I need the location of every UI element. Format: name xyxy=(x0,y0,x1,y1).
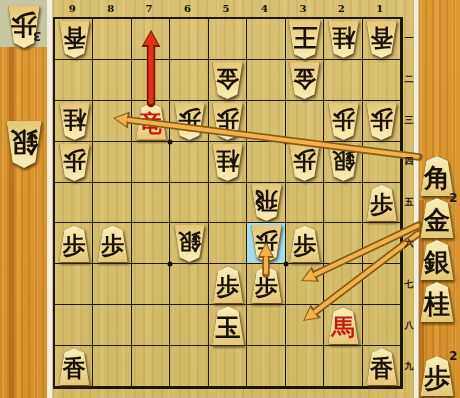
square-22[interactable] xyxy=(324,60,362,101)
square-23[interactable]: 歩 xyxy=(324,101,362,142)
piece-gote-rook[interactable]: 飛 xyxy=(250,184,283,221)
piece-body: 香 xyxy=(365,21,398,58)
square-15[interactable]: 歩 xyxy=(363,183,401,224)
square-52[interactable]: 金 xyxy=(209,60,247,101)
square-19[interactable]: 香 xyxy=(363,346,401,387)
file-label-9: 9 xyxy=(53,3,91,14)
square-88[interactable] xyxy=(93,305,131,346)
square-73[interactable]: 竜 xyxy=(132,101,170,142)
shogi-app: 香王桂香金金桂竜歩歩歩歩歩桂歩銀飛歩歩歩銀歩歩歩歩玉馬香香 987654321一… xyxy=(0,0,460,398)
square-94[interactable]: 歩 xyxy=(55,142,93,183)
square-42[interactable] xyxy=(247,60,285,101)
square-16[interactable] xyxy=(363,223,401,264)
hand-piece-sente-bishop[interactable]: 角 xyxy=(419,156,455,196)
square-97[interactable] xyxy=(55,264,93,305)
piece-gote-pawn[interactable]: 歩 xyxy=(211,103,244,140)
piece-gote-pawn[interactable]: 歩 xyxy=(250,225,283,262)
piece-kanji: 香 xyxy=(370,353,393,380)
square-67[interactable] xyxy=(170,264,208,305)
square-38[interactable] xyxy=(286,305,324,346)
piece-kanji: 歩 xyxy=(370,189,393,216)
square-78[interactable] xyxy=(132,305,170,346)
star-point xyxy=(283,262,288,267)
piece-kanji: 香 xyxy=(370,26,393,53)
piece-body: 馬 xyxy=(327,307,360,344)
square-46[interactable]: 歩 xyxy=(247,223,285,264)
piece-body: 歩 xyxy=(250,266,283,303)
square-28[interactable]: 馬 xyxy=(324,305,362,346)
shogi-board: 香王桂香金金桂竜歩歩歩歩歩桂歩銀飛歩歩歩銀歩歩歩歩玉馬香香 xyxy=(53,17,403,389)
piece-gote-silver[interactable]: 銀 xyxy=(327,144,360,181)
square-37[interactable] xyxy=(286,264,324,305)
piece-body: 香 xyxy=(58,348,91,385)
square-86[interactable]: 歩 xyxy=(93,223,131,264)
file-label-6: 6 xyxy=(168,3,206,14)
piece-gote-pawn[interactable]: 歩 xyxy=(58,144,91,181)
piece-body: 歩 xyxy=(58,144,91,181)
piece-sente-dragon[interactable]: 竜 xyxy=(135,103,168,140)
square-55[interactable] xyxy=(209,183,247,224)
hand-piece-sente-silver[interactable]: 銀 xyxy=(419,240,455,280)
square-72[interactable] xyxy=(132,60,170,101)
square-92[interactable] xyxy=(55,60,93,101)
file-label-5: 5 xyxy=(207,3,245,14)
piece-kanji: 歩 xyxy=(216,271,239,298)
piece-body: 桂 xyxy=(327,21,360,58)
square-61[interactable] xyxy=(170,19,208,60)
piece-body: 歩 xyxy=(211,266,244,303)
piece-kanji: 銀 xyxy=(424,245,450,275)
square-71[interactable] xyxy=(132,19,170,60)
piece-kanji: 歩 xyxy=(216,108,239,135)
rank-label-5: 五 xyxy=(401,196,417,209)
piece-body: 桂 xyxy=(419,282,455,322)
square-18[interactable] xyxy=(363,305,401,346)
square-87[interactable] xyxy=(93,264,131,305)
piece-kanji: 桂 xyxy=(63,108,86,135)
piece-sente-lance[interactable]: 香 xyxy=(365,348,398,385)
rank-label-9: 九 xyxy=(401,360,417,373)
square-75[interactable] xyxy=(132,183,170,224)
piece-sente-horse[interactable]: 馬 xyxy=(327,307,360,344)
piece-body: 香 xyxy=(365,348,398,385)
piece-sente-pawn[interactable]: 歩 xyxy=(211,266,244,303)
square-39[interactable] xyxy=(286,346,324,387)
square-62[interactable] xyxy=(170,60,208,101)
piece-body: 歩 xyxy=(327,103,360,140)
square-64[interactable] xyxy=(170,142,208,183)
piece-kanji: 金 xyxy=(424,203,450,233)
piece-body: 歩 xyxy=(288,225,321,262)
piece-body: 歩 xyxy=(58,225,91,262)
piece-gote-silver[interactable]: 銀 xyxy=(173,225,206,262)
piece-kanji: 歩 xyxy=(293,149,316,176)
piece-kanji: 銀 xyxy=(332,149,355,176)
piece-kanji: 玉 xyxy=(215,311,240,340)
hand-count-gote-pawn: 3 xyxy=(33,30,41,42)
square-11[interactable]: 香 xyxy=(363,19,401,60)
piece-body: 歩 xyxy=(365,103,398,140)
piece-kanji: 桂 xyxy=(332,26,355,53)
piece-gote-knight[interactable]: 桂 xyxy=(211,144,244,181)
piece-kanji: 歩 xyxy=(101,230,124,257)
star-point xyxy=(168,139,173,144)
square-24[interactable]: 銀 xyxy=(324,142,362,183)
hand-count-sente-gold: 2 xyxy=(449,192,457,204)
rank-label-2: 二 xyxy=(401,73,417,86)
piece-gote-pawn[interactable]: 歩 xyxy=(173,103,206,140)
piece-kanji: 香 xyxy=(63,353,86,380)
square-57[interactable]: 歩 xyxy=(209,264,247,305)
piece-body: 玉 xyxy=(210,306,245,345)
square-53[interactable]: 歩 xyxy=(209,101,247,142)
hand-count-sente-pawn: 2 xyxy=(449,350,457,362)
wood-grain-streak xyxy=(9,0,14,398)
piece-kanji: 歩 xyxy=(424,361,450,391)
file-label-3: 3 xyxy=(284,3,322,14)
square-77[interactable] xyxy=(132,264,170,305)
piece-kanji: 桂 xyxy=(424,287,450,317)
piece-gote-gold[interactable]: 金 xyxy=(288,62,321,99)
piece-body: 歩 xyxy=(250,225,283,262)
square-48[interactable] xyxy=(247,305,285,346)
square-74[interactable] xyxy=(132,142,170,183)
square-83[interactable] xyxy=(93,101,131,142)
hand-piece-sente-knight[interactable]: 桂 xyxy=(419,282,455,322)
piece-body: 飛 xyxy=(250,184,283,221)
piece-kanji: 歩 xyxy=(178,108,201,135)
piece-body: 歩 xyxy=(173,103,206,140)
star-point xyxy=(168,262,173,267)
piece-body: 香 xyxy=(58,21,91,58)
piece-body: 歩 xyxy=(288,144,321,181)
piece-gote-knight[interactable]: 桂 xyxy=(327,21,360,58)
square-59[interactable] xyxy=(209,346,247,387)
piece-body: 王 xyxy=(287,20,322,59)
piece-body: 歩 xyxy=(365,184,398,221)
square-91[interactable]: 香 xyxy=(55,19,93,60)
square-66[interactable]: 銀 xyxy=(170,223,208,264)
piece-kanji: 歩 xyxy=(63,230,86,257)
piece-sente-pawn[interactable]: 歩 xyxy=(250,266,283,303)
square-47[interactable]: 歩 xyxy=(247,264,285,305)
rank-label-7: 七 xyxy=(401,278,417,291)
square-31[interactable]: 王 xyxy=(286,19,324,60)
piece-kanji: 金 xyxy=(293,67,316,94)
piece-body: 銀 xyxy=(173,225,206,262)
file-label-8: 8 xyxy=(91,3,129,14)
piece-kanji: 竜 xyxy=(140,108,163,135)
square-35[interactable] xyxy=(286,183,324,224)
square-12[interactable] xyxy=(363,60,401,101)
piece-gote-gold[interactable]: 金 xyxy=(211,62,244,99)
piece-body: 桂 xyxy=(58,103,91,140)
star-point xyxy=(283,139,288,144)
piece-body: 角 xyxy=(419,156,455,196)
rank-label-1: 一 xyxy=(401,32,417,45)
rank-label-3: 三 xyxy=(401,114,417,127)
file-label-1: 1 xyxy=(361,3,399,14)
gote-hand-panel xyxy=(0,0,47,398)
piece-sente-lance[interactable]: 香 xyxy=(58,348,91,385)
piece-body: 銀 xyxy=(419,240,455,280)
rank-label-4: 四 xyxy=(401,155,417,168)
piece-kanji: 歩 xyxy=(63,149,86,176)
file-label-2: 2 xyxy=(322,3,360,14)
square-44[interactable] xyxy=(247,142,285,183)
square-58[interactable]: 玉 xyxy=(209,305,247,346)
file-label-4: 4 xyxy=(245,3,283,14)
piece-body: 銀 xyxy=(5,121,43,168)
square-76[interactable] xyxy=(132,223,170,264)
square-41[interactable] xyxy=(247,19,285,60)
piece-sente-pawn[interactable]: 歩 xyxy=(96,225,129,262)
square-17[interactable] xyxy=(363,264,401,305)
square-21[interactable]: 桂 xyxy=(324,19,362,60)
piece-kanji: 馬 xyxy=(332,312,355,339)
file-label-7: 7 xyxy=(130,3,168,14)
square-79[interactable] xyxy=(132,346,170,387)
piece-sente-pawn[interactable]: 歩 xyxy=(288,225,321,262)
square-33[interactable] xyxy=(286,101,324,142)
square-45[interactable]: 飛 xyxy=(247,183,285,224)
square-81[interactable] xyxy=(93,19,131,60)
piece-body: 金 xyxy=(211,62,244,99)
square-99[interactable]: 香 xyxy=(55,346,93,387)
square-82[interactable] xyxy=(93,60,131,101)
square-85[interactable] xyxy=(93,183,131,224)
piece-body: 金 xyxy=(288,62,321,99)
piece-kanji: 歩 xyxy=(293,230,316,257)
square-84[interactable] xyxy=(93,142,131,183)
piece-kanji: 香 xyxy=(63,26,86,53)
square-93[interactable]: 桂 xyxy=(55,101,93,142)
square-34[interactable]: 歩 xyxy=(286,142,324,183)
square-32[interactable]: 金 xyxy=(286,60,324,101)
square-13[interactable]: 歩 xyxy=(363,101,401,142)
piece-kanji: 歩 xyxy=(255,271,278,298)
piece-body: 竜 xyxy=(135,103,168,140)
piece-gote-pawn[interactable]: 歩 xyxy=(288,144,321,181)
square-36[interactable]: 歩 xyxy=(286,223,324,264)
square-49[interactable] xyxy=(247,346,285,387)
square-14[interactable] xyxy=(363,142,401,183)
square-51[interactable] xyxy=(209,19,247,60)
square-89[interactable] xyxy=(93,346,131,387)
piece-kanji: 角 xyxy=(424,161,450,191)
piece-gote-lance[interactable]: 香 xyxy=(365,21,398,58)
square-56[interactable] xyxy=(209,223,247,264)
square-68[interactable] xyxy=(170,305,208,346)
piece-body: 歩 xyxy=(211,103,244,140)
square-69[interactable] xyxy=(170,346,208,387)
square-63[interactable]: 歩 xyxy=(170,101,208,142)
square-43[interactable] xyxy=(247,101,285,142)
piece-gote-lance[interactable]: 香 xyxy=(58,21,91,58)
square-95[interactable] xyxy=(55,183,93,224)
square-29[interactable] xyxy=(324,346,362,387)
piece-kanji: 歩 xyxy=(255,230,278,257)
piece-kanji: 王 xyxy=(292,25,317,54)
square-54[interactable]: 桂 xyxy=(209,142,247,183)
piece-body: 桂 xyxy=(211,144,244,181)
rank-label-8: 八 xyxy=(401,319,417,332)
piece-sente-pawn[interactable]: 歩 xyxy=(58,225,91,262)
square-25[interactable] xyxy=(324,183,362,224)
piece-kanji: 桂 xyxy=(216,149,239,176)
square-27[interactable] xyxy=(324,264,362,305)
piece-gote-pawn[interactable]: 歩 xyxy=(365,103,398,140)
piece-gote-knight[interactable]: 桂 xyxy=(58,103,91,140)
piece-sente-king[interactable]: 玉 xyxy=(210,306,245,345)
piece-kanji: 銀 xyxy=(10,129,38,161)
piece-kanji: 飛 xyxy=(255,189,278,216)
piece-gote-king[interactable]: 王 xyxy=(287,20,322,59)
piece-body: 銀 xyxy=(327,144,360,181)
square-65[interactable] xyxy=(170,183,208,224)
piece-kanji: 金 xyxy=(216,67,239,94)
rank-label-6: 六 xyxy=(401,237,417,250)
square-26[interactable] xyxy=(324,223,362,264)
piece-body: 歩 xyxy=(96,225,129,262)
piece-kanji: 歩 xyxy=(332,108,355,135)
hand-piece-gote-silver[interactable]: 銀 xyxy=(5,121,43,168)
square-98[interactable] xyxy=(55,305,93,346)
piece-gote-pawn[interactable]: 歩 xyxy=(327,103,360,140)
square-96[interactable]: 歩 xyxy=(55,223,93,264)
piece-kanji: 銀 xyxy=(178,230,201,257)
piece-sente-pawn[interactable]: 歩 xyxy=(365,184,398,221)
piece-kanji: 歩 xyxy=(370,108,393,135)
